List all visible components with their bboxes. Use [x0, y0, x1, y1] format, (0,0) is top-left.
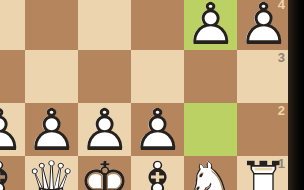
- white-bishop[interactable]: ♝♗: [0, 156, 25, 190]
- white-knight[interactable]: ♞♘: [184, 156, 237, 190]
- square-g2[interactable]: [184, 103, 237, 156]
- white-pawn[interactable]: ♟♙: [237, 0, 290, 50]
- white-bishop-outline-layer: ♗: [0, 156, 25, 190]
- square-f1[interactable]: ♝♗: [131, 156, 184, 190]
- square-f4[interactable]: [131, 0, 184, 50]
- square-d1[interactable]: ♛♕: [25, 156, 78, 190]
- white-pawn-fill-layer: ♟: [78, 103, 131, 156]
- white-pawn-fill-layer: ♟: [184, 0, 237, 50]
- white-bishop[interactable]: ♝♗: [131, 156, 184, 190]
- white-queen-outline-layer: ♕: [25, 156, 78, 190]
- square-e1[interactable]: ♚♔: [78, 156, 131, 190]
- white-rook[interactable]: ♜♖: [237, 156, 290, 190]
- white-king-outline-layer: ♔: [78, 156, 131, 190]
- white-pawn-fill-layer: ♟: [0, 103, 25, 156]
- white-pawn-outline-layer: ♙: [0, 103, 25, 156]
- square-d3[interactable]: [25, 50, 78, 103]
- square-c2[interactable]: ♟♙: [0, 103, 25, 156]
- white-pawn[interactable]: ♟♙: [78, 103, 131, 156]
- white-pawn-fill-layer: ♟: [25, 103, 78, 156]
- square-f3[interactable]: [131, 50, 184, 103]
- square-e4[interactable]: [78, 0, 131, 50]
- square-e3[interactable]: [78, 50, 131, 103]
- square-h1[interactable]: 1♜♖: [237, 156, 290, 190]
- white-pawn-outline-layer: ♙: [131, 103, 184, 156]
- square-h2[interactable]: 2: [237, 103, 290, 156]
- white-pawn-outline-layer: ♙: [78, 103, 131, 156]
- white-pawn-outline-layer: ♙: [237, 0, 290, 50]
- white-king-fill-layer: ♚: [78, 156, 131, 190]
- square-d4[interactable]: [25, 0, 78, 50]
- white-king[interactable]: ♚♔: [78, 156, 131, 190]
- rank-label-2: 2: [278, 104, 285, 117]
- square-g4[interactable]: ♟♙: [184, 0, 237, 50]
- square-h4[interactable]: 4♟♙: [237, 0, 290, 50]
- white-pawn-outline-layer: ♙: [25, 103, 78, 156]
- white-pawn-fill-layer: ♟: [131, 103, 184, 156]
- white-pawn[interactable]: ♟♙: [184, 0, 237, 50]
- white-queen[interactable]: ♛♕: [25, 156, 78, 190]
- white-pawn[interactable]: ♟♙: [131, 103, 184, 156]
- white-bishop-fill-layer: ♝: [0, 156, 25, 190]
- square-e2[interactable]: ♟♙: [78, 103, 131, 156]
- square-g3[interactable]: [184, 50, 237, 103]
- white-knight-fill-layer: ♞: [184, 156, 237, 190]
- white-pawn[interactable]: ♟♙: [0, 103, 25, 156]
- white-queen-fill-layer: ♛: [25, 156, 78, 190]
- square-d2[interactable]: ♟♙: [25, 103, 78, 156]
- white-bishop-outline-layer: ♗: [131, 156, 184, 190]
- white-rook-outline-layer: ♖: [237, 156, 290, 190]
- white-pawn-outline-layer: ♙: [184, 0, 237, 50]
- square-h3[interactable]: 3: [237, 50, 290, 103]
- square-c3[interactable]: [0, 50, 25, 103]
- white-pawn[interactable]: ♟♙: [25, 103, 78, 156]
- white-pawn-fill-layer: ♟: [237, 0, 290, 50]
- square-f2[interactable]: ♟♙: [131, 103, 184, 156]
- square-g1[interactable]: ♞♘: [184, 156, 237, 190]
- chess-app-screen: ♟♙4♟♙3♟♙♟♙♟♙♟♙2♝♗♛♕♚♔♝♗♞♘1♜♖: [0, 0, 304, 190]
- rank-label-3: 3: [278, 51, 285, 64]
- chess-board: ♟♙4♟♙3♟♙♟♙♟♙♟♙2♝♗♛♕♚♔♝♗♞♘1♜♖: [0, 0, 290, 190]
- white-rook-fill-layer: ♜: [237, 156, 290, 190]
- white-knight-outline-layer: ♘: [184, 156, 237, 190]
- square-c4[interactable]: [0, 0, 25, 50]
- square-c1[interactable]: ♝♗: [0, 156, 25, 190]
- white-bishop-fill-layer: ♝: [131, 156, 184, 190]
- letterbox-strip: [288, 0, 304, 190]
